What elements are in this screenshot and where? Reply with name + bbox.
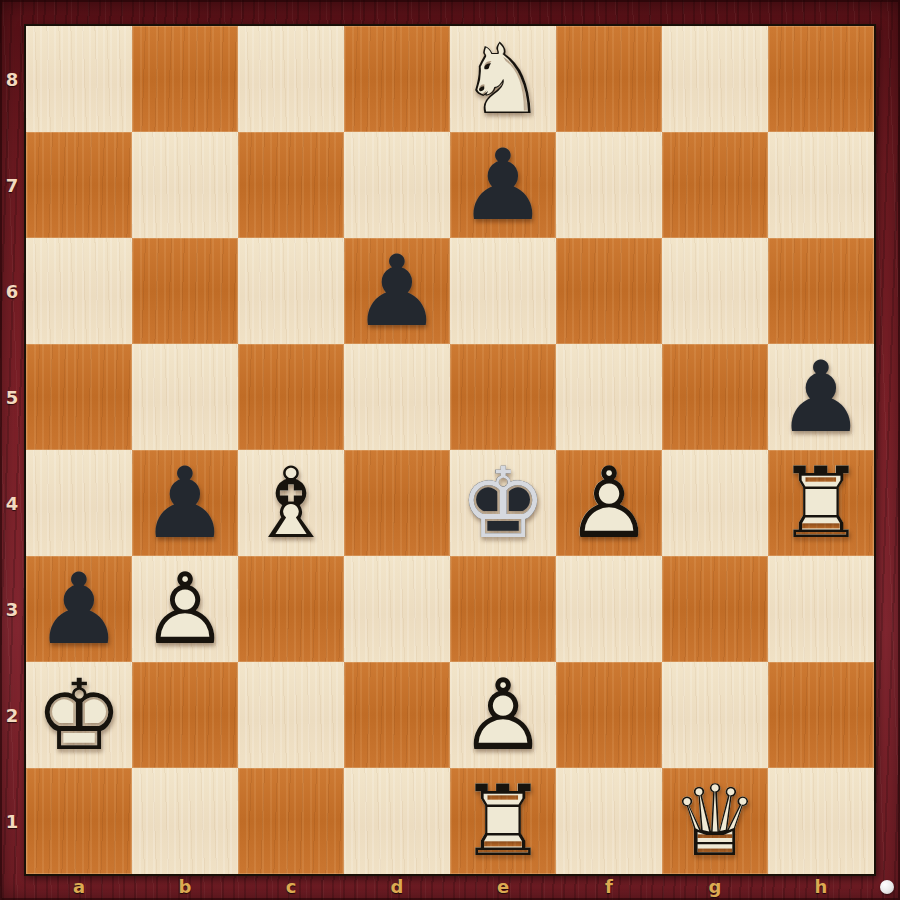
rank-label-5: 5 bbox=[0, 344, 24, 450]
square-a6[interactable] bbox=[26, 238, 132, 344]
white-pawn-f4[interactable]: ♟♙ bbox=[556, 450, 662, 556]
square-c5[interactable] bbox=[238, 344, 344, 450]
square-c6[interactable] bbox=[238, 238, 344, 344]
rank-label-8: 8 bbox=[0, 26, 24, 132]
square-h5[interactable]: ♟♙ bbox=[768, 344, 874, 450]
file-label-g: g bbox=[662, 874, 768, 898]
square-b5[interactable] bbox=[132, 344, 238, 450]
square-b7[interactable] bbox=[132, 132, 238, 238]
square-f2[interactable] bbox=[556, 662, 662, 768]
square-a8[interactable] bbox=[26, 26, 132, 132]
black-pawn-e7[interactable]: ♟♙ bbox=[450, 132, 556, 238]
square-c1[interactable] bbox=[238, 768, 344, 874]
square-c3[interactable] bbox=[238, 556, 344, 662]
square-c2[interactable] bbox=[238, 662, 344, 768]
black-pawn-h5[interactable]: ♟♙ bbox=[768, 344, 874, 450]
file-label-d: d bbox=[344, 874, 450, 898]
square-b2[interactable] bbox=[132, 662, 238, 768]
square-g4[interactable] bbox=[662, 450, 768, 556]
square-g5[interactable] bbox=[662, 344, 768, 450]
square-b4[interactable]: ♟♙ bbox=[132, 450, 238, 556]
board-frame: ♞♘♟♙♟♙♟♙♟♙♝♗♚♔♟♙♜♖♟♙♟♙♚♔♟♙♜♖♛♕ 87654321 … bbox=[0, 0, 900, 900]
file-label-b: b bbox=[132, 874, 238, 898]
rank-label-7: 7 bbox=[0, 132, 24, 238]
square-d6[interactable]: ♟♙ bbox=[344, 238, 450, 344]
piece-outline-glyph: ♙ bbox=[132, 556, 238, 662]
square-f7[interactable] bbox=[556, 132, 662, 238]
square-g6[interactable] bbox=[662, 238, 768, 344]
square-a4[interactable] bbox=[26, 450, 132, 556]
piece-outline-glyph: ♗ bbox=[238, 450, 344, 556]
square-f3[interactable] bbox=[556, 556, 662, 662]
square-e6[interactable] bbox=[450, 238, 556, 344]
square-d7[interactable] bbox=[344, 132, 450, 238]
square-d2[interactable] bbox=[344, 662, 450, 768]
square-f6[interactable] bbox=[556, 238, 662, 344]
file-label-e: e bbox=[450, 874, 556, 898]
file-label-c: c bbox=[238, 874, 344, 898]
white-bishop-c4[interactable]: ♝♗ bbox=[238, 450, 344, 556]
square-h1[interactable] bbox=[768, 768, 874, 874]
square-e4[interactable]: ♚♔ bbox=[450, 450, 556, 556]
square-c4[interactable]: ♝♗ bbox=[238, 450, 344, 556]
square-a3[interactable]: ♟♙ bbox=[26, 556, 132, 662]
piece-outline-glyph: ♙ bbox=[556, 450, 662, 556]
square-d3[interactable] bbox=[344, 556, 450, 662]
rank-label-3: 3 bbox=[0, 556, 24, 662]
square-f5[interactable] bbox=[556, 344, 662, 450]
square-g3[interactable] bbox=[662, 556, 768, 662]
white-king-a2[interactable]: ♚♔ bbox=[26, 662, 132, 768]
rank-label-2: 2 bbox=[0, 662, 24, 768]
white-rook-e1[interactable]: ♜♖ bbox=[450, 768, 556, 874]
square-e3[interactable] bbox=[450, 556, 556, 662]
square-b6[interactable] bbox=[132, 238, 238, 344]
white-pawn-b3[interactable]: ♟♙ bbox=[132, 556, 238, 662]
piece-outline-glyph: ♖ bbox=[450, 768, 556, 874]
square-g8[interactable] bbox=[662, 26, 768, 132]
square-e8[interactable]: ♞♘ bbox=[450, 26, 556, 132]
white-rook-h4[interactable]: ♜♖ bbox=[768, 450, 874, 556]
square-h4[interactable]: ♜♖ bbox=[768, 450, 874, 556]
square-h2[interactable] bbox=[768, 662, 874, 768]
white-knight-e8[interactable]: ♞♘ bbox=[450, 26, 556, 132]
square-e5[interactable] bbox=[450, 344, 556, 450]
square-d4[interactable] bbox=[344, 450, 450, 556]
square-d5[interactable] bbox=[344, 344, 450, 450]
chess-board: ♞♘♟♙♟♙♟♙♟♙♝♗♚♔♟♙♜♖♟♙♟♙♚♔♟♙♜♖♛♕ bbox=[24, 24, 876, 876]
piece-outline-glyph: ♔ bbox=[450, 450, 556, 556]
square-g2[interactable] bbox=[662, 662, 768, 768]
rank-label-6: 6 bbox=[0, 238, 24, 344]
square-a1[interactable] bbox=[26, 768, 132, 874]
square-a7[interactable] bbox=[26, 132, 132, 238]
piece-outline-glyph: ♕ bbox=[662, 768, 768, 874]
square-c7[interactable] bbox=[238, 132, 344, 238]
square-h3[interactable] bbox=[768, 556, 874, 662]
square-f8[interactable] bbox=[556, 26, 662, 132]
file-label-h: h bbox=[768, 874, 874, 898]
black-pawn-d6[interactable]: ♟♙ bbox=[344, 238, 450, 344]
file-label-a: a bbox=[26, 874, 132, 898]
square-g7[interactable] bbox=[662, 132, 768, 238]
square-d8[interactable] bbox=[344, 26, 450, 132]
piece-outline-glyph: ♙ bbox=[450, 662, 556, 768]
square-b8[interactable] bbox=[132, 26, 238, 132]
square-a5[interactable] bbox=[26, 344, 132, 450]
square-f4[interactable]: ♟♙ bbox=[556, 450, 662, 556]
piece-outline-glyph: ♔ bbox=[26, 662, 132, 768]
square-h6[interactable] bbox=[768, 238, 874, 344]
black-king-e4[interactable]: ♚♔ bbox=[450, 450, 556, 556]
square-e7[interactable]: ♟♙ bbox=[450, 132, 556, 238]
white-pawn-e2[interactable]: ♟♙ bbox=[450, 662, 556, 768]
square-e1[interactable]: ♜♖ bbox=[450, 768, 556, 874]
square-g1[interactable]: ♛♕ bbox=[662, 768, 768, 874]
black-pawn-a3[interactable]: ♟♙ bbox=[26, 556, 132, 662]
square-f1[interactable] bbox=[556, 768, 662, 874]
square-c8[interactable] bbox=[238, 26, 344, 132]
rank-label-4: 4 bbox=[0, 450, 24, 556]
side-to-move-indicator bbox=[880, 880, 894, 894]
white-queen-g1[interactable]: ♛♕ bbox=[662, 768, 768, 874]
piece-outline-glyph: ♘ bbox=[450, 26, 556, 132]
rank-label-1: 1 bbox=[0, 768, 24, 874]
square-a2[interactable]: ♚♔ bbox=[26, 662, 132, 768]
square-d1[interactable] bbox=[344, 768, 450, 874]
square-h8[interactable] bbox=[768, 26, 874, 132]
square-e2[interactable]: ♟♙ bbox=[450, 662, 556, 768]
square-h7[interactable] bbox=[768, 132, 874, 238]
square-b1[interactable] bbox=[132, 768, 238, 874]
file-label-f: f bbox=[556, 874, 662, 898]
file-labels: abcdefgh bbox=[26, 874, 874, 898]
rank-labels: 87654321 bbox=[0, 26, 24, 874]
black-pawn-b4[interactable]: ♟♙ bbox=[132, 450, 238, 556]
square-b3[interactable]: ♟♙ bbox=[132, 556, 238, 662]
piece-outline-glyph: ♖ bbox=[768, 450, 874, 556]
